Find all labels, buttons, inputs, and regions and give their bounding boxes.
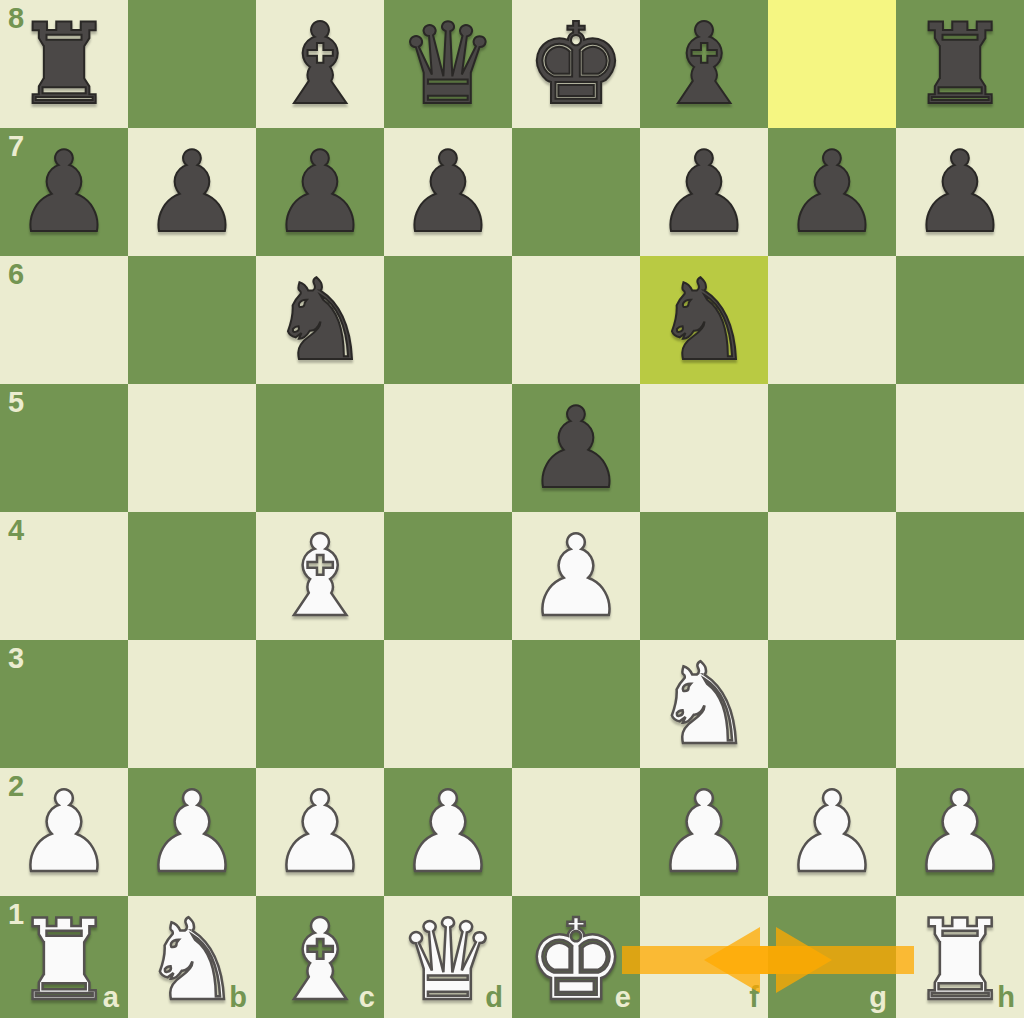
square-g8[interactable] — [768, 0, 896, 128]
square-e2[interactable] — [512, 768, 640, 896]
square-h1[interactable]: h♜ — [896, 896, 1024, 1018]
piece-black-rook-a8[interactable]: ♜ — [0, 0, 128, 128]
piece-black-rook-h8[interactable]: ♜ — [896, 0, 1024, 128]
piece-black-pawn-a7[interactable]: ♟ — [0, 128, 128, 256]
square-e7[interactable] — [512, 128, 640, 256]
square-a6[interactable]: 6 — [0, 256, 128, 384]
rank-label-3: 3 — [8, 644, 24, 673]
piece-black-pawn-f7[interactable]: ♟ — [640, 128, 768, 256]
piece-white-pawn-f2[interactable]: ♟ — [640, 768, 768, 896]
piece-white-rook-h1[interactable]: ♜ — [896, 896, 1024, 1018]
square-h5[interactable] — [896, 384, 1024, 512]
piece-black-queen-d8[interactable]: ♛ — [384, 0, 512, 128]
square-e3[interactable] — [512, 640, 640, 768]
square-d5[interactable] — [384, 384, 512, 512]
square-c3[interactable] — [256, 640, 384, 768]
piece-white-pawn-c2[interactable]: ♟ — [256, 768, 384, 896]
square-d7[interactable]: ♟ — [384, 128, 512, 256]
square-g7[interactable]: ♟ — [768, 128, 896, 256]
square-d6[interactable] — [384, 256, 512, 384]
square-c7[interactable]: ♟ — [256, 128, 384, 256]
square-d3[interactable] — [384, 640, 512, 768]
piece-white-queen-d1[interactable]: ♛ — [384, 896, 512, 1018]
square-e1[interactable]: e♚ — [512, 896, 640, 1018]
square-c8[interactable]: ♝ — [256, 0, 384, 128]
square-a8[interactable]: 8♜ — [0, 0, 128, 128]
square-a2[interactable]: 2♟ — [0, 768, 128, 896]
piece-white-pawn-h2[interactable]: ♟ — [896, 768, 1024, 896]
square-b2[interactable]: ♟ — [128, 768, 256, 896]
piece-white-pawn-d2[interactable]: ♟ — [384, 768, 512, 896]
square-g5[interactable] — [768, 384, 896, 512]
square-e5[interactable]: ♟ — [512, 384, 640, 512]
square-f1[interactable]: f — [640, 896, 768, 1018]
piece-white-pawn-b2[interactable]: ♟ — [128, 768, 256, 896]
piece-white-pawn-e4[interactable]: ♟ — [512, 512, 640, 640]
square-b1[interactable]: b♞ — [128, 896, 256, 1018]
square-h2[interactable]: ♟ — [896, 768, 1024, 896]
square-a7[interactable]: 7♟ — [0, 128, 128, 256]
square-h4[interactable] — [896, 512, 1024, 640]
piece-white-king-e1[interactable]: ♚ — [512, 896, 640, 1018]
square-f8[interactable]: ♝ — [640, 0, 768, 128]
square-a5[interactable]: 5 — [0, 384, 128, 512]
square-f3[interactable]: ♞ — [640, 640, 768, 768]
square-d8[interactable]: ♛ — [384, 0, 512, 128]
piece-black-pawn-d7[interactable]: ♟ — [384, 128, 512, 256]
piece-white-knight-b1[interactable]: ♞ — [128, 896, 256, 1018]
file-label-f: f — [749, 983, 759, 1012]
piece-white-bishop-c4[interactable]: ♝ — [256, 512, 384, 640]
square-e6[interactable] — [512, 256, 640, 384]
square-b4[interactable] — [128, 512, 256, 640]
square-h3[interactable] — [896, 640, 1024, 768]
piece-black-king-e8[interactable]: ♚ — [512, 0, 640, 128]
square-f7[interactable]: ♟ — [640, 128, 768, 256]
piece-black-bishop-f8[interactable]: ♝ — [640, 0, 768, 128]
chess-board: 8♜♝♛♚♝♜7♟♟♟♟♟♟♟6♞♞5♟4♝♟3♞2♟♟♟♟♟♟♟1a♜b♞c♝… — [0, 0, 1024, 1018]
square-f4[interactable] — [640, 512, 768, 640]
square-a1[interactable]: 1a♜ — [0, 896, 128, 1018]
square-e4[interactable]: ♟ — [512, 512, 640, 640]
square-g6[interactable] — [768, 256, 896, 384]
square-b5[interactable] — [128, 384, 256, 512]
square-a4[interactable]: 4 — [0, 512, 128, 640]
square-c5[interactable] — [256, 384, 384, 512]
piece-black-bishop-c8[interactable]: ♝ — [256, 0, 384, 128]
rank-label-5: 5 — [8, 388, 24, 417]
square-b3[interactable] — [128, 640, 256, 768]
square-c6[interactable]: ♞ — [256, 256, 384, 384]
piece-black-knight-c6[interactable]: ♞ — [256, 256, 384, 384]
square-c1[interactable]: c♝ — [256, 896, 384, 1018]
rank-label-6: 6 — [8, 260, 24, 289]
piece-white-pawn-g2[interactable]: ♟ — [768, 768, 896, 896]
square-b7[interactable]: ♟ — [128, 128, 256, 256]
piece-white-bishop-c1[interactable]: ♝ — [256, 896, 384, 1018]
rank-label-4: 4 — [8, 516, 24, 545]
square-b6[interactable] — [128, 256, 256, 384]
square-g2[interactable]: ♟ — [768, 768, 896, 896]
square-c2[interactable]: ♟ — [256, 768, 384, 896]
piece-black-pawn-g7[interactable]: ♟ — [768, 128, 896, 256]
square-f5[interactable] — [640, 384, 768, 512]
square-h6[interactable] — [896, 256, 1024, 384]
square-f6[interactable]: ♞ — [640, 256, 768, 384]
square-h8[interactable]: ♜ — [896, 0, 1024, 128]
square-d2[interactable]: ♟ — [384, 768, 512, 896]
square-g3[interactable] — [768, 640, 896, 768]
square-g1[interactable]: g — [768, 896, 896, 1018]
square-c4[interactable]: ♝ — [256, 512, 384, 640]
square-d1[interactable]: d♛ — [384, 896, 512, 1018]
piece-white-rook-a1[interactable]: ♜ — [0, 896, 128, 1018]
piece-black-pawn-c7[interactable]: ♟ — [256, 128, 384, 256]
square-b8[interactable] — [128, 0, 256, 128]
piece-white-knight-f3[interactable]: ♞ — [640, 640, 768, 768]
piece-white-pawn-a2[interactable]: ♟ — [0, 768, 128, 896]
piece-black-knight-f6[interactable]: ♞ — [640, 256, 768, 384]
file-label-g: g — [869, 983, 887, 1012]
piece-black-pawn-e5[interactable]: ♟ — [512, 384, 640, 512]
square-h7[interactable]: ♟ — [896, 128, 1024, 256]
square-d4[interactable] — [384, 512, 512, 640]
piece-black-pawn-h7[interactable]: ♟ — [896, 128, 1024, 256]
square-g4[interactable] — [768, 512, 896, 640]
square-e8[interactable]: ♚ — [512, 0, 640, 128]
square-a3[interactable]: 3 — [0, 640, 128, 768]
square-f2[interactable]: ♟ — [640, 768, 768, 896]
piece-black-pawn-b7[interactable]: ♟ — [128, 128, 256, 256]
